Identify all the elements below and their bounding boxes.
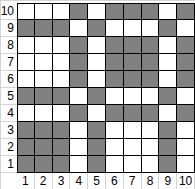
grid-cell-r10-c10-filled[interactable] [177,3,195,20]
grid-cell-r5-c1-filled[interactable] [17,88,35,105]
grid-cell-r9-c3-filled[interactable] [53,20,71,37]
grid-cell-r10-c2-empty[interactable] [35,3,53,20]
grid-cell-r6-c6-filled[interactable] [106,71,124,88]
col-label-1: 1 [17,173,35,189]
grid-cell-r6-c9-empty[interactable] [159,71,177,88]
grid-cell-r1-c2-filled[interactable] [35,156,53,173]
grid-cell-r4-c9-empty[interactable] [159,105,177,122]
grid-cell-r9-c2-filled[interactable] [35,20,53,37]
grid-cell-r3-c1-filled[interactable] [17,122,35,139]
col-label-3: 3 [53,173,71,189]
grid-cell-r7-c9-empty[interactable] [159,54,177,71]
grid-cell-r7-c1-empty[interactable] [17,54,35,71]
grid-cell-r2-c10-empty[interactable] [177,139,195,156]
grid-cell-r3-c2-filled[interactable] [35,122,53,139]
grid-cell-r2-c2-filled[interactable] [35,139,53,156]
grid-cell-r7-c4-filled[interactable] [70,54,88,71]
row-label-1: 1 [1,156,17,173]
grid-cell-r2-c5-filled[interactable] [88,139,106,156]
col-label-10: 10 [177,173,195,189]
grid-cell-r5-c4-empty[interactable] [70,88,88,105]
grid-cell-r7-c2-empty[interactable] [35,54,53,71]
grid-cell-r4-c7-filled[interactable] [124,105,142,122]
row-label-10: 10 [1,3,17,20]
grid-cell-r1-c5-filled[interactable] [88,156,106,173]
grid-cell-r10-c1-empty[interactable] [17,3,35,20]
grid-cell-r8-c10-filled[interactable] [177,37,195,54]
row-label-9: 9 [1,20,17,37]
grid-cell-r7-c6-filled[interactable] [106,54,124,71]
grid-cell-r4-c8-filled[interactable] [142,105,160,122]
grid-cell-r8-c1-empty[interactable] [17,37,35,54]
grid-cell-r6-c1-empty[interactable] [17,71,35,88]
grid-cell-r10-c6-filled[interactable] [106,3,124,20]
grid-cell-r9-c8-empty[interactable] [142,20,160,37]
grid-cell-r1-c10-empty[interactable] [177,156,195,173]
grid-cell-r5-c3-filled[interactable] [53,88,71,105]
grid-cell-r6-c4-filled[interactable] [70,71,88,88]
col-label-5: 5 [88,173,106,189]
grid-cell-r5-c10-empty[interactable] [177,88,195,105]
grid-cell-r5-c8-empty[interactable] [142,88,160,105]
grid-cell-r9-c4-empty[interactable] [70,20,88,37]
grid-cell-r4-c2-empty[interactable] [35,105,53,122]
grid-cell-r10-c8-filled[interactable] [142,3,160,20]
grid-cell-r4-c10-filled[interactable] [177,105,195,122]
grid-cell-r10-c4-filled[interactable] [70,3,88,20]
grid-cell-r3-c7-empty[interactable] [124,122,142,139]
row-label-6: 6 [1,71,17,88]
grid-cell-r3-c10-empty[interactable] [177,122,195,139]
grid-cell-r8-c8-filled[interactable] [142,37,160,54]
grid-cell-r4-c5-empty[interactable] [88,105,106,122]
grid-cell-r1-c8-empty[interactable] [142,156,160,173]
col-label-2: 2 [35,173,53,189]
grid-cell-r7-c8-filled[interactable] [142,54,160,71]
grid-cell-r5-c2-filled[interactable] [35,88,53,105]
grid-cell-r2-c8-empty[interactable] [142,139,160,156]
grid-cell-r2-c7-empty[interactable] [124,139,142,156]
grid-cell-r10-c3-empty[interactable] [53,3,71,20]
row-label-7: 7 [1,54,17,71]
grid-cell-r8-c9-empty[interactable] [159,37,177,54]
grid-cell-r4-c6-filled[interactable] [106,105,124,122]
grid-cell-r6-c8-filled[interactable] [142,71,160,88]
grid-cell-r1-c3-filled[interactable] [53,156,71,173]
grid-cell-r5-c7-empty[interactable] [124,88,142,105]
puzzle-board: 1098765432112345678910 [1,1,195,189]
grid-cell-r2-c3-filled[interactable] [53,139,71,156]
row-label-8: 8 [1,37,17,54]
grid-cell-r10-c7-filled[interactable] [124,3,142,20]
corner-spacer [1,173,17,189]
grid-cell-r7-c5-empty[interactable] [88,54,106,71]
grid-cell-r6-c3-empty[interactable] [53,71,71,88]
grid-cell-r9-c5-filled[interactable] [88,20,106,37]
grid-cell-r9-c9-filled[interactable] [159,20,177,37]
grid-cell-r2-c6-empty[interactable] [106,139,124,156]
grid-cell-r6-c7-filled[interactable] [124,71,142,88]
grid-cell-r3-c5-filled[interactable] [88,122,106,139]
grid-cell-r10-c5-empty[interactable] [88,3,106,20]
grid-cell-r9-c1-filled[interactable] [17,20,35,37]
col-label-6: 6 [106,173,124,189]
row-label-2: 2 [1,139,17,156]
grid-cell-r9-c10-empty[interactable] [177,20,195,37]
grid-cell-r2-c1-filled[interactable] [17,139,35,156]
grid-cell-r1-c7-empty[interactable] [124,156,142,173]
row-label-4: 4 [1,105,17,122]
grid-cell-r7-c3-empty[interactable] [53,54,71,71]
grid-cell-r8-c3-empty[interactable] [53,37,71,54]
grid-cell-r8-c5-empty[interactable] [88,37,106,54]
grid-cell-r1-c6-empty[interactable] [106,156,124,173]
col-label-7: 7 [124,173,142,189]
grid-cell-r7-c7-filled[interactable] [124,54,142,71]
grid-cell-r8-c7-filled[interactable] [124,37,142,54]
grid-cell-r3-c4-empty[interactable] [70,122,88,139]
grid-cell-r8-c2-empty[interactable] [35,37,53,54]
grid-cell-r2-c4-empty[interactable] [70,139,88,156]
grid-cell-r8-c6-filled[interactable] [106,37,124,54]
col-label-8: 8 [142,173,160,189]
grid-cell-r9-c7-empty[interactable] [124,20,142,37]
row-label-3: 3 [1,122,17,139]
col-label-9: 9 [159,173,177,189]
grid-cell-r3-c9-filled[interactable] [159,122,177,139]
grid-cell-r5-c5-filled[interactable] [88,88,106,105]
grid-cell-r1-c1-filled[interactable] [17,156,35,173]
grid-cell-r7-c10-filled[interactable] [177,54,195,71]
grid-cell-r8-c4-filled[interactable] [70,37,88,54]
grid-cell-r6-c5-empty[interactable] [88,71,106,88]
grid-cell-r10-c9-empty[interactable] [159,3,177,20]
grid-cell-r6-c2-empty[interactable] [35,71,53,88]
grid-cell-r4-c1-empty[interactable] [17,105,35,122]
col-label-4: 4 [70,173,88,189]
grid-cell-r5-c6-empty[interactable] [106,88,124,105]
grid-cell-r4-c4-filled[interactable] [70,105,88,122]
grid-cell-r5-c9-filled[interactable] [159,88,177,105]
grid-cell-r9-c6-empty[interactable] [106,20,124,37]
grid-cell-r3-c8-empty[interactable] [142,122,160,139]
grid-cell-r1-c4-empty[interactable] [70,156,88,173]
grid-cell-r3-c6-empty[interactable] [106,122,124,139]
puzzle-stage: 1098765432112345678910 [0,0,195,189]
grid-cell-r4-c3-empty[interactable] [53,105,71,122]
grid-cell-r1-c9-filled[interactable] [159,156,177,173]
grid-cell-r2-c9-filled[interactable] [159,139,177,156]
grid-cell-r3-c3-filled[interactable] [53,122,71,139]
grid-cell-r6-c10-filled[interactable] [177,71,195,88]
row-label-5: 5 [1,88,17,105]
